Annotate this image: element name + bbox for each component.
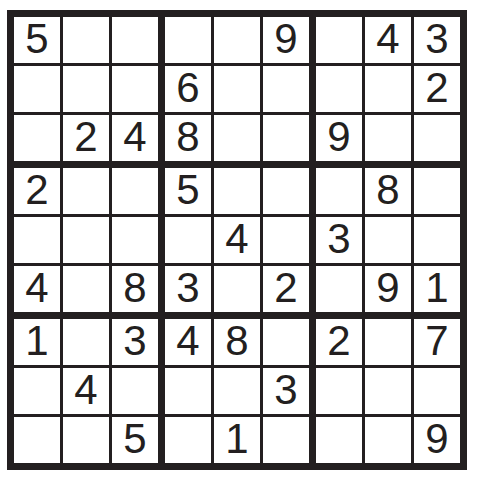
cell-r7c5[interactable]: 8 [214,319,263,368]
cell-r4c1[interactable]: 2 [14,168,63,217]
sudoku-page: 59436224892584348329113482743519 [0,0,480,481]
cell-r8c2[interactable]: 4 [63,368,112,417]
cell-r8c4[interactable] [165,368,214,417]
cell-r3c5[interactable] [214,115,263,168]
cell-r1c7[interactable] [316,17,365,66]
cell-r9c4[interactable] [165,417,214,463]
given-digit: 6 [176,67,199,109]
cell-r3c6[interactable] [263,115,316,168]
cell-r5c2[interactable] [63,217,112,266]
cell-r6c1[interactable]: 4 [14,266,63,319]
cell-r7c6[interactable] [263,319,316,368]
cell-r2c3[interactable] [112,66,165,115]
cell-r6c4[interactable]: 3 [165,266,214,319]
cell-r1c6[interactable]: 9 [263,17,316,66]
cell-r3c4[interactable]: 8 [165,115,214,168]
cell-r7c4[interactable]: 4 [165,319,214,368]
cell-r8c6[interactable]: 3 [263,368,316,417]
cell-r9c7[interactable] [316,417,365,463]
cell-r1c5[interactable] [214,17,263,66]
cell-r7c3[interactable]: 3 [112,319,165,368]
cell-r7c2[interactable] [63,319,112,368]
cell-r1c8[interactable]: 4 [365,17,414,66]
cell-r4c8[interactable]: 8 [365,168,414,217]
cell-r7c8[interactable] [365,319,414,368]
cell-r2c6[interactable] [263,66,316,115]
cell-r8c8[interactable] [365,368,414,417]
cell-r9c6[interactable] [263,417,316,463]
cell-r4c9[interactable] [414,168,460,217]
given-digit: 2 [274,267,297,309]
cell-r5c7[interactable]: 3 [316,217,365,266]
cell-r4c7[interactable] [316,168,365,217]
given-digit: 7 [425,320,448,362]
cell-r5c3[interactable] [112,217,165,266]
cell-r4c5[interactable] [214,168,263,217]
given-digit: 8 [376,169,399,211]
cell-r6c9[interactable]: 1 [414,266,460,319]
cell-r8c1[interactable] [14,368,63,417]
cell-r5c8[interactable] [365,217,414,266]
cell-r3c9[interactable] [414,115,460,168]
cell-r6c8[interactable]: 9 [365,266,414,319]
given-digit: 4 [176,320,199,362]
given-digit: 2 [25,169,48,211]
cell-r3c3[interactable]: 4 [112,115,165,168]
given-digit: 5 [176,169,199,211]
cell-r6c3[interactable]: 8 [112,266,165,319]
given-digit: 4 [376,18,399,60]
cell-r5c9[interactable] [414,217,460,266]
cell-r9c8[interactable] [365,417,414,463]
cell-r3c7[interactable]: 9 [316,115,365,168]
given-digit: 1 [225,418,248,460]
cell-r3c2[interactable]: 2 [63,115,112,168]
cell-r3c8[interactable] [365,115,414,168]
given-digit: 4 [225,218,248,260]
cell-r2c4[interactable]: 6 [165,66,214,115]
given-digit: 5 [123,418,146,460]
given-digit: 3 [425,18,448,60]
given-digit: 9 [425,418,448,460]
cell-r2c1[interactable] [14,66,63,115]
given-digit: 9 [327,116,350,158]
cell-r4c4[interactable]: 5 [165,168,214,217]
cell-r5c6[interactable] [263,217,316,266]
cell-r2c7[interactable] [316,66,365,115]
given-digit: 8 [123,267,146,309]
cell-r8c7[interactable] [316,368,365,417]
cell-r9c3[interactable]: 5 [112,417,165,463]
sudoku-board: 59436224892584348329113482743519 [7,10,467,470]
given-digit: 4 [74,369,97,411]
given-digit: 3 [274,369,297,411]
cell-r4c3[interactable] [112,168,165,217]
given-digit: 1 [425,267,448,309]
cell-r5c4[interactable] [165,217,214,266]
cell-r7c1[interactable]: 1 [14,319,63,368]
given-digit: 4 [25,267,48,309]
cell-r9c1[interactable] [14,417,63,463]
cell-r2c2[interactable] [63,66,112,115]
given-digit: 8 [176,116,199,158]
given-digit: 3 [123,320,146,362]
cell-r8c3[interactable] [112,368,165,417]
given-digit: 4 [123,116,146,158]
cell-r6c2[interactable] [63,266,112,319]
cell-r2c8[interactable] [365,66,414,115]
cell-r9c9[interactable]: 9 [414,417,460,463]
cell-r7c7[interactable]: 2 [316,319,365,368]
cell-r1c1[interactable]: 5 [14,17,63,66]
cell-r8c9[interactable] [414,368,460,417]
cell-r6c5[interactable] [214,266,263,319]
cell-r2c9[interactable]: 2 [414,66,460,115]
cell-r9c5[interactable]: 1 [214,417,263,463]
given-digit: 8 [225,320,248,362]
cell-r1c2[interactable] [63,17,112,66]
cell-r4c2[interactable] [63,168,112,217]
cell-r9c2[interactable] [63,417,112,463]
cell-r5c1[interactable] [14,217,63,266]
given-digit: 9 [376,267,399,309]
cell-r1c9[interactable]: 3 [414,17,460,66]
given-digit: 1 [25,320,48,362]
cell-r5c5[interactable]: 4 [214,217,263,266]
cell-r1c3[interactable] [112,17,165,66]
cell-r1c4[interactable] [165,17,214,66]
given-digit: 3 [327,218,350,260]
cell-r2c5[interactable] [214,66,263,115]
given-digit: 5 [25,18,48,60]
cell-r8c5[interactable] [214,368,263,417]
given-digit: 3 [176,267,199,309]
cell-r3c1[interactable] [14,115,63,168]
given-digit: 2 [74,116,97,158]
given-digit: 2 [425,67,448,109]
given-digit: 2 [327,320,350,362]
cell-r6c6[interactable]: 2 [263,266,316,319]
cell-r4c6[interactable] [263,168,316,217]
given-digit: 9 [274,18,297,60]
cell-r6c7[interactable] [316,266,365,319]
cell-r7c9[interactable]: 7 [414,319,460,368]
